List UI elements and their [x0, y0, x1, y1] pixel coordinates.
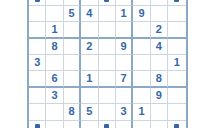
- sudoku-cell[interactable]: [116, 121, 133, 128]
- partial-digit: [104, 0, 109, 2]
- sudoku-cell[interactable]: 1: [116, 6, 133, 22]
- partial-digit: [35, 0, 40, 2]
- cell-digit: 8: [68, 106, 74, 117]
- sudoku-cell[interactable]: 4: [151, 39, 168, 55]
- sudoku-cell[interactable]: 1: [46, 22, 63, 38]
- sudoku-board: 5419128294316178398531: [27, 0, 188, 128]
- sudoku-cell[interactable]: 1: [133, 104, 150, 120]
- cell-digit: 8: [156, 73, 162, 84]
- partial-digit: [174, 124, 179, 128]
- sudoku-cell[interactable]: 2: [151, 22, 168, 38]
- sudoku-cell[interactable]: [116, 88, 133, 104]
- sudoku-cell[interactable]: 5: [81, 104, 98, 120]
- sudoku-cell[interactable]: 9: [133, 6, 150, 22]
- partial-digit: [174, 0, 179, 2]
- sudoku-cell[interactable]: [29, 22, 46, 38]
- partial-digit: [35, 124, 40, 128]
- sudoku-cell[interactable]: [116, 55, 133, 71]
- sudoku-cell[interactable]: [29, 121, 46, 128]
- sudoku-cell[interactable]: [81, 121, 98, 128]
- cell-digit: 1: [138, 106, 144, 117]
- sudoku-cell[interactable]: [168, 6, 185, 22]
- sudoku-cell[interactable]: [168, 104, 185, 120]
- cell-digit: 3: [52, 90, 58, 101]
- sudoku-screenshot: 5419128294316178398531: [0, 0, 205, 128]
- sudoku-cell[interactable]: 3: [29, 55, 46, 71]
- sudoku-cell[interactable]: [29, 6, 46, 22]
- cell-digit: 1: [86, 73, 92, 84]
- sudoku-cell[interactable]: 5: [64, 6, 81, 22]
- cell-digit: 8: [52, 41, 58, 52]
- cell-digit: 1: [121, 8, 127, 19]
- sudoku-cell[interactable]: [46, 104, 63, 120]
- sudoku-cell[interactable]: [81, 88, 98, 104]
- sudoku-cell[interactable]: [29, 71, 46, 87]
- sudoku-cell[interactable]: 1: [168, 55, 185, 71]
- cell-digit: 4: [86, 8, 92, 19]
- sudoku-cell[interactable]: [151, 55, 168, 71]
- sudoku-cell[interactable]: 1: [81, 71, 98, 87]
- sudoku-cell[interactable]: 3: [46, 88, 63, 104]
- sudoku-cell[interactable]: [133, 22, 150, 38]
- sudoku-cell[interactable]: [99, 88, 116, 104]
- sudoku-cell[interactable]: [99, 121, 116, 128]
- sudoku-cell[interactable]: 8: [64, 104, 81, 120]
- sudoku-cell[interactable]: [133, 55, 150, 71]
- sudoku-cell[interactable]: [64, 55, 81, 71]
- cell-digit: 1: [174, 57, 180, 68]
- sudoku-cell[interactable]: 9: [116, 39, 133, 55]
- sudoku-cell[interactable]: [64, 71, 81, 87]
- sudoku-cell[interactable]: [29, 104, 46, 120]
- cell-digit: 9: [156, 90, 162, 101]
- sudoku-cell[interactable]: [64, 121, 81, 128]
- sudoku-cell[interactable]: 6: [46, 71, 63, 87]
- sudoku-cell[interactable]: [64, 39, 81, 55]
- cell-digit: 9: [138, 8, 144, 19]
- sudoku-cell[interactable]: [99, 55, 116, 71]
- cell-digit: 3: [34, 57, 40, 68]
- cell-digit: 3: [121, 106, 127, 117]
- sudoku-cell[interactable]: [81, 55, 98, 71]
- cell-digit: 2: [156, 24, 162, 35]
- sudoku-cell[interactable]: 2: [81, 39, 98, 55]
- sudoku-cell[interactable]: [46, 6, 63, 22]
- cell-digit: 1: [52, 24, 58, 35]
- cell-digit: 7: [121, 73, 127, 84]
- sudoku-cell[interactable]: [168, 88, 185, 104]
- sudoku-cell[interactable]: [133, 88, 150, 104]
- sudoku-cell[interactable]: 8: [46, 39, 63, 55]
- sudoku-cell[interactable]: [46, 121, 63, 128]
- sudoku-cell[interactable]: [99, 22, 116, 38]
- cell-digit: 5: [68, 8, 74, 19]
- cell-digit: 5: [86, 106, 92, 117]
- sudoku-cell[interactable]: [116, 22, 133, 38]
- cell-digit: 4: [156, 41, 162, 52]
- cell-digit: 9: [121, 41, 127, 52]
- sudoku-cell[interactable]: [81, 22, 98, 38]
- sudoku-cell[interactable]: [168, 22, 185, 38]
- sudoku-cell[interactable]: [168, 121, 185, 128]
- sudoku-cell[interactable]: [133, 39, 150, 55]
- sudoku-cell[interactable]: [99, 71, 116, 87]
- sudoku-cell[interactable]: [46, 55, 63, 71]
- sudoku-cell[interactable]: [151, 121, 168, 128]
- sudoku-cell[interactable]: [133, 71, 150, 87]
- sudoku-cell[interactable]: 8: [151, 71, 168, 87]
- sudoku-cell[interactable]: 7: [116, 71, 133, 87]
- sudoku-cell[interactable]: 3: [116, 104, 133, 120]
- sudoku-cell[interactable]: [168, 71, 185, 87]
- sudoku-cell[interactable]: [29, 39, 46, 55]
- sudoku-cell[interactable]: [64, 22, 81, 38]
- sudoku-cell[interactable]: [99, 6, 116, 22]
- sudoku-cell[interactable]: [99, 39, 116, 55]
- partial-digit: [104, 124, 109, 128]
- sudoku-cell[interactable]: [151, 6, 168, 22]
- sudoku-cell[interactable]: [133, 121, 150, 128]
- sudoku-cell[interactable]: [151, 104, 168, 120]
- sudoku-cell[interactable]: 4: [81, 6, 98, 22]
- sudoku-cell[interactable]: [29, 88, 46, 104]
- cell-digit: 6: [52, 73, 58, 84]
- cell-digit: 2: [86, 41, 92, 52]
- sudoku-cell[interactable]: [64, 88, 81, 104]
- sudoku-cell[interactable]: [168, 39, 185, 55]
- sudoku-cell[interactable]: [99, 104, 116, 120]
- sudoku-cell[interactable]: 9: [151, 88, 168, 104]
